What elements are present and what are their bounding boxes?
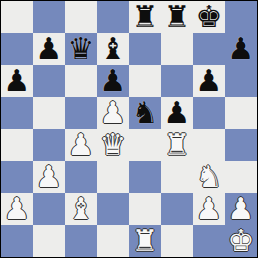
square-e3[interactable] (129, 161, 161, 193)
square-d3[interactable] (97, 161, 129, 193)
square-c6[interactable] (65, 65, 97, 97)
square-h5[interactable] (225, 97, 257, 129)
square-e8[interactable]: ♜ (129, 1, 161, 33)
square-b4[interactable] (33, 129, 65, 161)
square-g6[interactable]: ♟ (193, 65, 225, 97)
square-g2[interactable]: ♟ (193, 193, 225, 225)
square-f8[interactable]: ♜ (161, 1, 193, 33)
square-d4[interactable]: ♛ (97, 129, 129, 161)
square-d1[interactable] (97, 225, 129, 257)
piece-black-pawn-icon: ♟ (196, 65, 223, 97)
square-f7[interactable] (161, 33, 193, 65)
square-f1[interactable] (161, 225, 193, 257)
square-g3[interactable]: ♞ (193, 161, 225, 193)
square-a8[interactable] (1, 1, 33, 33)
piece-white-king-icon: ♚ (228, 225, 255, 257)
square-c4[interactable]: ♟ (65, 129, 97, 161)
square-g4[interactable] (193, 129, 225, 161)
piece-white-rook-icon: ♜ (164, 129, 191, 161)
piece-black-rook-icon: ♜ (164, 1, 191, 33)
piece-black-pawn-icon: ♟ (228, 33, 255, 65)
square-b1[interactable] (33, 225, 65, 257)
square-e5[interactable]: ♞ (129, 97, 161, 129)
piece-black-knight-icon: ♞ (132, 97, 159, 129)
square-d8[interactable] (97, 1, 129, 33)
square-f6[interactable] (161, 65, 193, 97)
square-h3[interactable] (225, 161, 257, 193)
piece-white-bishop-icon: ♝ (68, 193, 95, 225)
square-b6[interactable] (33, 65, 65, 97)
square-a4[interactable] (1, 129, 33, 161)
square-e4[interactable] (129, 129, 161, 161)
square-b8[interactable] (33, 1, 65, 33)
piece-black-pawn-icon: ♟ (4, 65, 31, 97)
square-h2[interactable]: ♟ (225, 193, 257, 225)
square-h1[interactable]: ♚ (225, 225, 257, 257)
square-f2[interactable] (161, 193, 193, 225)
square-c5[interactable] (65, 97, 97, 129)
piece-black-rook-icon: ♜ (132, 1, 159, 33)
square-a5[interactable] (1, 97, 33, 129)
piece-black-pawn-icon: ♟ (100, 65, 127, 97)
square-c7[interactable]: ♛ (65, 33, 97, 65)
square-e2[interactable] (129, 193, 161, 225)
square-a2[interactable]: ♟ (1, 193, 33, 225)
square-b3[interactable]: ♟ (33, 161, 65, 193)
square-f3[interactable] (161, 161, 193, 193)
square-f5[interactable]: ♟ (161, 97, 193, 129)
square-d7[interactable]: ♝ (97, 33, 129, 65)
square-c1[interactable] (65, 225, 97, 257)
square-a3[interactable] (1, 161, 33, 193)
piece-white-pawn-icon: ♟ (68, 129, 95, 161)
square-e6[interactable] (129, 65, 161, 97)
piece-white-rook-icon: ♜ (132, 225, 159, 257)
piece-white-knight-icon: ♞ (196, 161, 223, 193)
square-g1[interactable] (193, 225, 225, 257)
square-a7[interactable] (1, 33, 33, 65)
chess-board: ♜♜♚♟♛♝♟♟♟♟♟♞♟♟♛♜♟♞♟♝♟♟♜♚ (0, 0, 258, 258)
piece-white-pawn-icon: ♟ (196, 193, 223, 225)
piece-white-pawn-icon: ♟ (100, 97, 127, 129)
square-h7[interactable]: ♟ (225, 33, 257, 65)
piece-black-bishop-icon: ♝ (100, 33, 127, 65)
square-c8[interactable] (65, 1, 97, 33)
piece-black-queen-icon: ♛ (68, 33, 95, 65)
square-g7[interactable] (193, 33, 225, 65)
piece-white-pawn-icon: ♟ (36, 161, 63, 193)
piece-black-pawn-icon: ♟ (164, 97, 191, 129)
square-c3[interactable] (65, 161, 97, 193)
square-b5[interactable] (33, 97, 65, 129)
square-e7[interactable] (129, 33, 161, 65)
piece-white-pawn-icon: ♟ (228, 193, 255, 225)
square-c2[interactable]: ♝ (65, 193, 97, 225)
square-d2[interactable] (97, 193, 129, 225)
square-g8[interactable]: ♚ (193, 1, 225, 33)
square-b7[interactable]: ♟ (33, 33, 65, 65)
square-d5[interactable]: ♟ (97, 97, 129, 129)
square-d6[interactable]: ♟ (97, 65, 129, 97)
piece-white-pawn-icon: ♟ (4, 193, 31, 225)
square-g5[interactable] (193, 97, 225, 129)
piece-black-king-icon: ♚ (196, 1, 223, 33)
square-f4[interactable]: ♜ (161, 129, 193, 161)
square-e1[interactable]: ♜ (129, 225, 161, 257)
piece-black-pawn-icon: ♟ (36, 33, 63, 65)
square-h4[interactable] (225, 129, 257, 161)
square-b2[interactable] (33, 193, 65, 225)
square-h8[interactable] (225, 1, 257, 33)
chess-diagram: ♜♜♚♟♛♝♟♟♟♟♟♞♟♟♛♜♟♞♟♝♟♟♜♚ (0, 0, 258, 258)
square-a1[interactable] (1, 225, 33, 257)
square-h6[interactable] (225, 65, 257, 97)
piece-white-queen-icon: ♛ (100, 129, 127, 161)
square-a6[interactable]: ♟ (1, 65, 33, 97)
